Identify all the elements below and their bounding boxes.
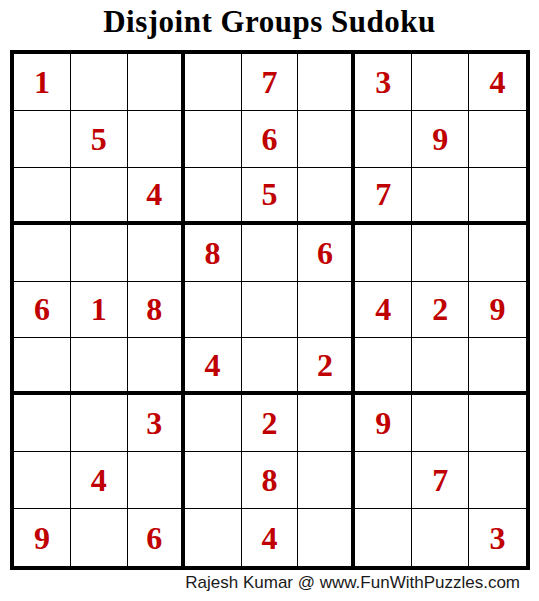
- cell-r1c6[interactable]: [298, 54, 355, 111]
- cell-r4c4-given[interactable]: 8: [185, 225, 242, 282]
- cell-r6c6-given[interactable]: 2: [298, 338, 355, 395]
- cell-r5c3-given[interactable]: 8: [128, 282, 185, 339]
- cell-r1c4[interactable]: [185, 54, 242, 111]
- cell-r9c9-given[interactable]: 3: [469, 509, 526, 566]
- cell-r8c8-given[interactable]: 7: [412, 452, 469, 509]
- cell-r1c5-given[interactable]: 7: [242, 54, 299, 111]
- cell-r2c7[interactable]: [355, 111, 412, 168]
- cell-r2c8-given[interactable]: 9: [412, 111, 469, 168]
- cell-r3c9[interactable]: [469, 168, 526, 225]
- cell-r4c1[interactable]: [14, 225, 71, 282]
- cell-r4c7[interactable]: [355, 225, 412, 282]
- cell-r1c2[interactable]: [71, 54, 128, 111]
- cell-r3c6[interactable]: [298, 168, 355, 225]
- cell-r1c9-given[interactable]: 4: [469, 54, 526, 111]
- cell-r9c1-given[interactable]: 9: [14, 509, 71, 566]
- cell-r2c5-given[interactable]: 6: [242, 111, 299, 168]
- cell-r4c5[interactable]: [242, 225, 299, 282]
- sudoku-board: 173456945786618429423294879643: [10, 50, 530, 570]
- cell-r7c3-given[interactable]: 3: [128, 395, 185, 452]
- cell-r7c2[interactable]: [71, 395, 128, 452]
- cell-r7c5-given[interactable]: 2: [242, 395, 299, 452]
- cell-r3c8[interactable]: [412, 168, 469, 225]
- cell-r9c6[interactable]: [298, 509, 355, 566]
- cell-r7c9[interactable]: [469, 395, 526, 452]
- cell-r4c9[interactable]: [469, 225, 526, 282]
- cell-r5c4[interactable]: [185, 282, 242, 339]
- cell-r7c4[interactable]: [185, 395, 242, 452]
- cell-r2c1[interactable]: [14, 111, 71, 168]
- cell-r8c5-given[interactable]: 8: [242, 452, 299, 509]
- cell-r2c2-given[interactable]: 5: [71, 111, 128, 168]
- cell-r6c5[interactable]: [242, 338, 299, 395]
- cell-r8c9[interactable]: [469, 452, 526, 509]
- cell-r5c2-given[interactable]: 1: [71, 282, 128, 339]
- cell-r3c7-given[interactable]: 7: [355, 168, 412, 225]
- cell-r4c3[interactable]: [128, 225, 185, 282]
- cell-r4c8[interactable]: [412, 225, 469, 282]
- cell-r4c6-given[interactable]: 6: [298, 225, 355, 282]
- cell-r3c1[interactable]: [14, 168, 71, 225]
- cell-r9c4[interactable]: [185, 509, 242, 566]
- cell-r8c1[interactable]: [14, 452, 71, 509]
- cell-r5c6[interactable]: [298, 282, 355, 339]
- footer-credit: Rajesh Kumar @ www.FunWithPuzzles.com: [185, 573, 520, 593]
- cell-r7c7-given[interactable]: 9: [355, 395, 412, 452]
- cell-r5c1-given[interactable]: 6: [14, 282, 71, 339]
- cell-r1c8[interactable]: [412, 54, 469, 111]
- cell-r6c8[interactable]: [412, 338, 469, 395]
- cell-r6c9[interactable]: [469, 338, 526, 395]
- cell-r1c1-given[interactable]: 1: [14, 54, 71, 111]
- cell-r2c3[interactable]: [128, 111, 185, 168]
- cell-r3c3-given[interactable]: 4: [128, 168, 185, 225]
- cell-r2c6[interactable]: [298, 111, 355, 168]
- cell-r5c8-given[interactable]: 2: [412, 282, 469, 339]
- cell-r6c2[interactable]: [71, 338, 128, 395]
- cell-r8c7[interactable]: [355, 452, 412, 509]
- cell-r2c9[interactable]: [469, 111, 526, 168]
- cell-r5c5[interactable]: [242, 282, 299, 339]
- cell-r7c8[interactable]: [412, 395, 469, 452]
- cell-r3c4[interactable]: [185, 168, 242, 225]
- cell-r2c4[interactable]: [185, 111, 242, 168]
- cell-r8c2-given[interactable]: 4: [71, 452, 128, 509]
- cell-r9c2[interactable]: [71, 509, 128, 566]
- cell-r7c1[interactable]: [14, 395, 71, 452]
- cell-r9c7[interactable]: [355, 509, 412, 566]
- cell-r5c7-given[interactable]: 4: [355, 282, 412, 339]
- cell-r1c7-given[interactable]: 3: [355, 54, 412, 111]
- cell-r3c2[interactable]: [71, 168, 128, 225]
- cell-r9c5-given[interactable]: 4: [242, 509, 299, 566]
- cell-r4c2[interactable]: [71, 225, 128, 282]
- cell-r5c9-given[interactable]: 9: [469, 282, 526, 339]
- cell-r6c4-given[interactable]: 4: [185, 338, 242, 395]
- cell-r8c3[interactable]: [128, 452, 185, 509]
- cell-r8c6[interactable]: [298, 452, 355, 509]
- cell-r7c6[interactable]: [298, 395, 355, 452]
- cell-r9c3-given[interactable]: 6: [128, 509, 185, 566]
- cell-r6c1[interactable]: [14, 338, 71, 395]
- cell-r8c4[interactable]: [185, 452, 242, 509]
- page-title: Disjoint Groups Sudoku: [0, 4, 539, 40]
- cell-r3c5-given[interactable]: 5: [242, 168, 299, 225]
- cell-r1c3[interactable]: [128, 54, 185, 111]
- cell-r6c7[interactable]: [355, 338, 412, 395]
- cell-r6c3[interactable]: [128, 338, 185, 395]
- cell-r9c8[interactable]: [412, 509, 469, 566]
